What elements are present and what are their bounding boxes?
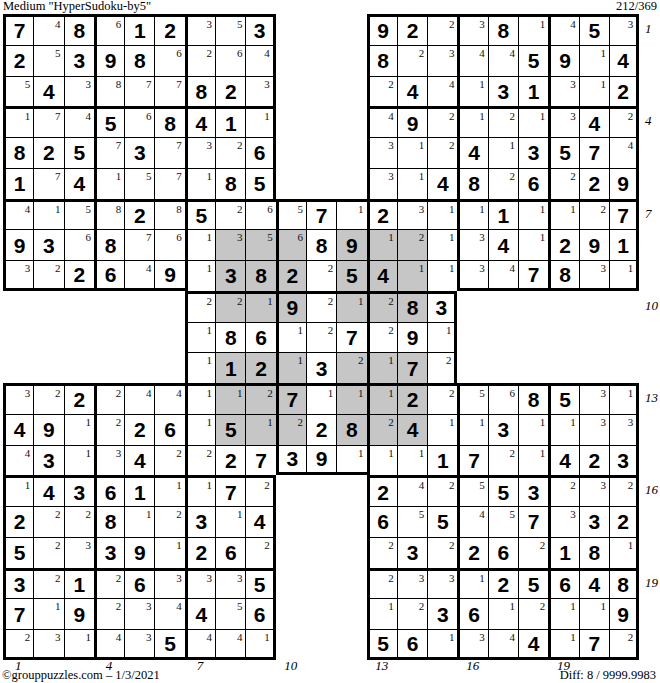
pencil-digit: 2 <box>55 539 61 551</box>
pencil-digit: 2 <box>449 110 455 122</box>
cell-r7c20: 2 <box>579 199 609 230</box>
cell-r9c5: 4 <box>124 260 154 291</box>
pencil-digit: 1 <box>237 387 243 399</box>
cell-r2c8: 6 <box>215 45 245 76</box>
pencil-digit: 1 <box>600 78 606 90</box>
cell-r6c9: 5 <box>245 168 275 199</box>
cell-r3c17: 3 <box>488 76 518 107</box>
pencil-digit: 4 <box>146 387 152 399</box>
pencil-digit: 2 <box>570 479 576 491</box>
cell-r16c18: 3 <box>518 475 548 506</box>
pencil-digit: 1 <box>510 139 516 151</box>
pencil-digit: 1 <box>176 539 182 551</box>
cell-r4c18: 1 <box>518 106 548 137</box>
cell-r7c2: 1 <box>33 199 63 230</box>
cell-r7c21: 7 <box>609 199 639 230</box>
cell-r1c15: 2 <box>427 14 457 45</box>
pencil-digit: 2 <box>510 447 516 459</box>
pencil-digit: 4 <box>207 631 213 643</box>
cell-r10c19 <box>548 291 578 322</box>
given-digit: 8 <box>398 294 427 322</box>
given-digit: 8 <box>337 415 366 445</box>
pencil-digit: 4 <box>479 47 485 59</box>
cell-r10c15: 3 <box>427 291 457 322</box>
cell-r21c3: 1 <box>64 629 94 660</box>
cell-r7c15: 1 <box>427 199 457 230</box>
cell-r14c21: 3 <box>609 414 639 445</box>
cell-r2c17: 4 <box>488 45 518 76</box>
cell-r20c11 <box>306 598 336 629</box>
cell-r16c12 <box>336 475 366 506</box>
cell-r14c3: 1 <box>64 414 94 445</box>
given-digit: 9 <box>551 46 578 76</box>
cell-r2c9: 4 <box>245 45 275 76</box>
cell-r14c5: 2 <box>124 414 154 445</box>
pencil-digit: 1 <box>207 262 213 274</box>
cell-r6c2: 7 <box>33 168 63 199</box>
cell-r16c5: 1 <box>124 475 154 506</box>
cell-r12c3 <box>64 352 94 383</box>
given-digit: 3 <box>125 138 154 168</box>
cell-r7c18: 1 <box>518 199 548 230</box>
cell-r19c12 <box>336 568 366 599</box>
cell-r9c7: 1 <box>185 260 215 291</box>
cell-r20c8: 5 <box>215 598 245 629</box>
cell-r21c6: 5 <box>154 629 184 660</box>
given-digit: 3 <box>279 446 306 473</box>
pencil-digit: 3 <box>419 203 425 215</box>
pencil-digit: 3 <box>264 78 270 90</box>
cell-r11c3 <box>64 322 94 353</box>
pencil-digit: 1 <box>207 170 213 182</box>
pencil-digit: 2 <box>237 139 243 151</box>
pencil-digit: 1 <box>600 600 606 612</box>
cell-r17c14: 5 <box>397 506 427 537</box>
cell-r11c19 <box>548 322 578 353</box>
given-digit: 3 <box>216 261 245 291</box>
cell-r6c21: 9 <box>609 168 639 199</box>
given-digit: 2 <box>125 202 154 230</box>
cell-r4c10 <box>276 106 306 137</box>
cell-r10c16 <box>457 291 487 322</box>
pencil-digit: 1 <box>146 508 152 520</box>
given-digit: 2 <box>580 446 609 476</box>
pencil-digit: 1 <box>264 110 270 122</box>
cell-r10c10: 9 <box>276 291 306 322</box>
cell-r17c8: 1 <box>215 506 245 537</box>
cell-r6c14: 1 <box>397 168 427 199</box>
pencil-digit: 4 <box>628 139 634 151</box>
pencil-digit: 2 <box>328 262 334 274</box>
cell-r20c17: 1 <box>488 598 518 629</box>
cell-r2c12 <box>336 45 366 76</box>
cell-r3c4: 8 <box>94 76 124 107</box>
cell-r1c5: 1 <box>124 14 154 45</box>
cell-r16c16: 5 <box>457 475 487 506</box>
given-digit: 3 <box>489 415 518 445</box>
cell-r21c4: 4 <box>94 629 124 660</box>
cell-r4c1: 1 <box>3 106 33 137</box>
pencil-digit: 1 <box>628 387 634 399</box>
given-digit: 6 <box>216 538 245 568</box>
cell-r18c14: 3 <box>397 537 427 568</box>
cell-r4c19: 3 <box>548 106 578 137</box>
given-digit: 4 <box>125 446 154 476</box>
pencil-digit: 1 <box>540 416 546 428</box>
pencil-digit: 1 <box>297 354 303 366</box>
cell-r6c17: 2 <box>488 168 518 199</box>
cell-r7c1: 4 <box>3 199 33 230</box>
cell-r9c14: 1 <box>397 260 427 291</box>
pencil-digit: 3 <box>449 572 455 584</box>
cell-r7c19: 1 <box>548 199 578 230</box>
cell-r9c13: 4 <box>367 260 397 291</box>
pencil-digit: 5 <box>25 78 31 90</box>
given-digit: 8 <box>155 109 184 137</box>
cell-r20c4: 2 <box>94 598 124 629</box>
given-digit: 8 <box>580 538 609 568</box>
given-digit: 8 <box>519 386 548 414</box>
pencil-digit: 1 <box>388 231 394 243</box>
given-digit: 8 <box>65 17 94 45</box>
cell-r9c15: 1 <box>427 260 457 291</box>
cell-r15c9: 7 <box>245 445 275 476</box>
cell-r15c10: 3 <box>276 445 306 476</box>
pencil-digit: 1 <box>540 203 546 215</box>
pencil-digit: 4 <box>510 631 516 643</box>
cell-r11c16 <box>457 322 487 353</box>
given-digit: 4 <box>188 109 215 137</box>
pencil-digit: 3 <box>85 539 91 551</box>
pencil-digit: 4 <box>25 447 31 459</box>
pencil-digit: 5 <box>479 387 485 399</box>
cell-r17c21: 2 <box>609 506 639 537</box>
pencil-digit: 4 <box>479 508 485 520</box>
cell-r15c6: 2 <box>154 445 184 476</box>
given-digit: 2 <box>610 77 636 107</box>
pencil-digit: 5 <box>510 508 516 520</box>
cell-r15c3: 1 <box>64 445 94 476</box>
given-digit: 3 <box>610 446 636 476</box>
cell-r13c20: 3 <box>579 383 609 414</box>
given-digit: 8 <box>216 169 245 199</box>
cell-r17c4: 8 <box>94 506 124 537</box>
given-digit: 5 <box>519 46 548 76</box>
cell-r17c2: 2 <box>33 506 63 537</box>
cell-r21c19: 1 <box>548 629 578 660</box>
pencil-digit: 1 <box>55 203 61 215</box>
cell-r9c4: 6 <box>94 260 124 291</box>
given-digit: 7 <box>519 507 548 537</box>
cell-r3c3: 3 <box>64 76 94 107</box>
given-digit: 4 <box>610 46 636 76</box>
given-digit: 9 <box>337 230 366 260</box>
cell-r20c5: 3 <box>124 598 154 629</box>
cell-r3c9: 3 <box>245 76 275 107</box>
pencil-digit: 2 <box>207 295 213 307</box>
given-digit: 5 <box>551 138 578 168</box>
pencil-digit: 1 <box>358 387 364 399</box>
pencil-digit: 1 <box>176 479 182 491</box>
cell-r5c10 <box>276 137 306 168</box>
given-digit: 2 <box>34 138 63 168</box>
given-digit: 8 <box>370 46 397 76</box>
given-digit: 1 <box>216 353 245 383</box>
cell-r6c4: 1 <box>94 168 124 199</box>
cell-r4c15: 2 <box>427 106 457 137</box>
cell-r10c7: 2 <box>185 291 215 322</box>
cell-r15c20: 2 <box>579 445 609 476</box>
cell-r19c3: 1 <box>64 568 94 599</box>
cell-r8c19: 2 <box>548 229 578 260</box>
cell-r19c11 <box>306 568 336 599</box>
pencil-digit: 1 <box>628 262 634 274</box>
given-digit: 3 <box>428 599 457 629</box>
cell-r17c10 <box>276 506 306 537</box>
cell-r13c4: 2 <box>94 383 124 414</box>
given-digit: 5 <box>519 571 548 599</box>
cell-r4c20: 4 <box>579 106 609 137</box>
pencil-digit: 3 <box>388 139 394 151</box>
cell-r20c3: 9 <box>64 598 94 629</box>
cell-r5c9: 6 <box>245 137 275 168</box>
pencil-digit: 2 <box>419 47 425 59</box>
pencil-digit: 4 <box>419 479 425 491</box>
pencil-digit: 1 <box>479 416 485 428</box>
given-digit: 9 <box>580 230 609 260</box>
cell-r15c7: 2 <box>185 445 215 476</box>
cell-r11c21 <box>609 322 639 353</box>
pencil-digit: 2 <box>419 231 425 243</box>
pencil-digit: 1 <box>85 447 91 459</box>
cell-r5c6: 7 <box>154 137 184 168</box>
given-digit: 7 <box>337 323 366 353</box>
cell-r3c14: 4 <box>397 76 427 107</box>
cell-r2c16: 4 <box>457 45 487 76</box>
given-digit: 9 <box>155 261 184 288</box>
pencil-digit: 1 <box>388 387 394 399</box>
pencil-digit: 2 <box>449 18 455 30</box>
pencil-digit: 1 <box>479 572 485 584</box>
cell-r17c6: 2 <box>154 506 184 537</box>
given-digit: 6 <box>519 169 548 199</box>
given-digit: 4 <box>34 478 63 506</box>
pencil-digit: 7 <box>55 110 61 122</box>
cell-r8c13: 1 <box>367 229 397 260</box>
pencil-digit: 7 <box>146 78 152 90</box>
cell-r18c1: 5 <box>3 537 33 568</box>
cell-r11c9: 6 <box>245 322 275 353</box>
cell-r18c20: 8 <box>579 537 609 568</box>
given-digit: 4 <box>580 109 609 137</box>
pencil-digit: 5 <box>297 203 303 215</box>
cell-r2c15: 3 <box>427 45 457 76</box>
cell-r16c14: 4 <box>397 475 427 506</box>
cell-r9c1: 3 <box>3 260 33 291</box>
cell-r19c5: 6 <box>124 568 154 599</box>
cell-r5c11 <box>306 137 336 168</box>
pencil-digit: 2 <box>116 387 122 399</box>
pencil-digit: 3 <box>570 110 576 122</box>
pencil-digit: 2 <box>449 479 455 491</box>
pencil-digit: 2 <box>85 508 91 520</box>
cell-r21c9: 1 <box>245 629 275 660</box>
pencil-digit: 1 <box>449 416 455 428</box>
pencil-digit: 1 <box>207 324 213 336</box>
cell-r20c7: 4 <box>185 598 215 629</box>
pencil-digit: 2 <box>116 572 122 584</box>
cell-r8c17: 4 <box>488 229 518 260</box>
cell-r19c6: 3 <box>154 568 184 599</box>
given-digit: 9 <box>6 230 33 260</box>
pencil-digit: 1 <box>419 262 425 274</box>
pencil-digit: 1 <box>570 600 576 612</box>
cell-r16c20: 3 <box>579 475 609 506</box>
cell-r21c15: 1 <box>427 629 457 660</box>
cell-r16c19: 2 <box>548 475 578 506</box>
cell-r10c12: 1 <box>336 291 366 322</box>
pencil-digit: 7 <box>176 170 182 182</box>
pencil-digit: 3 <box>85 78 91 90</box>
cell-r12c14: 7 <box>397 352 427 383</box>
cell-r8c9: 5 <box>245 229 275 260</box>
pencil-digit: 3 <box>479 231 485 243</box>
cell-r20c2: 1 <box>33 598 63 629</box>
cell-r17c5: 1 <box>124 506 154 537</box>
cell-r15c12: 1 <box>336 445 366 476</box>
cell-r10c11: 2 <box>306 291 336 322</box>
cell-r4c21: 2 <box>609 106 639 137</box>
given-digit: 8 <box>307 230 336 260</box>
given-digit: 4 <box>65 169 94 199</box>
pencil-digit: 5 <box>237 600 243 612</box>
cell-r19c17: 2 <box>488 568 518 599</box>
cell-r10c5 <box>124 291 154 322</box>
pencil-digit: 3 <box>419 572 425 584</box>
cell-r17c9: 4 <box>245 506 275 537</box>
pencil-digit: 4 <box>510 262 516 274</box>
cell-r11c11: 2 <box>306 322 336 353</box>
pencil-digit: 2 <box>419 600 425 612</box>
pencil-digit: 1 <box>358 447 364 459</box>
cell-r6c7: 1 <box>185 168 215 199</box>
cell-r12c11: 3 <box>306 352 336 383</box>
cell-r18c10 <box>276 537 306 568</box>
cell-r19c19: 6 <box>548 568 578 599</box>
pencil-digit: 1 <box>388 354 394 366</box>
cell-r15c17: 2 <box>488 445 518 476</box>
cell-r1c1: 7 <box>3 14 33 45</box>
cell-r18c16: 2 <box>457 537 487 568</box>
given-digit: 2 <box>6 46 33 76</box>
cell-r17c11 <box>306 506 336 537</box>
cell-r21c13: 5 <box>367 629 397 660</box>
cell-r16c11 <box>306 475 336 506</box>
cell-r1c7: 3 <box>185 14 215 45</box>
cell-r5c16: 4 <box>457 137 487 168</box>
pencil-digit: 3 <box>176 572 182 584</box>
cell-r9c6: 9 <box>154 260 184 291</box>
given-digit: 2 <box>188 538 215 568</box>
cell-r13c1: 3 <box>3 383 33 414</box>
given-digit: 1 <box>610 230 636 260</box>
cell-r8c5: 7 <box>124 229 154 260</box>
given-digit: 6 <box>398 630 427 657</box>
given-digit: 6 <box>125 571 154 599</box>
cell-r3c8: 2 <box>215 76 245 107</box>
given-digit: 4 <box>398 77 427 107</box>
pencil-digit: 3 <box>388 170 394 182</box>
pencil-digit: 2 <box>540 600 546 612</box>
given-digit: 7 <box>6 17 33 45</box>
cell-r7c4: 8 <box>94 199 124 230</box>
cell-r12c20 <box>579 352 609 383</box>
cell-r12c5 <box>124 352 154 383</box>
cell-r10c13: 2 <box>367 291 397 322</box>
given-digit: 2 <box>398 386 427 414</box>
given-digit: 7 <box>580 138 609 168</box>
cell-r8c6: 6 <box>154 229 184 260</box>
pencil-digit: 2 <box>628 631 634 643</box>
cell-r13c6: 4 <box>154 383 184 414</box>
cell-r5c18: 3 <box>518 137 548 168</box>
pencil-digit: 3 <box>25 387 31 399</box>
cell-r19c15: 3 <box>427 568 457 599</box>
cell-r4c2: 7 <box>33 106 63 137</box>
cell-r7c17: 1 <box>488 199 518 230</box>
given-digit: 3 <box>34 230 63 260</box>
cell-r18c13: 2 <box>367 537 397 568</box>
cell-r8c7: 1 <box>185 229 215 260</box>
pencil-digit: 1 <box>85 416 91 428</box>
cell-r11c18 <box>518 322 548 353</box>
cell-r18c7: 2 <box>185 537 215 568</box>
cell-r3c21: 2 <box>609 76 639 107</box>
cell-r14c10: 2 <box>276 414 306 445</box>
pencil-digit: 2 <box>237 295 243 307</box>
cell-r3c16: 1 <box>457 76 487 107</box>
pencil-digit: 4 <box>176 600 182 612</box>
cell-r8c15: 1 <box>427 229 457 260</box>
cell-r2c1: 2 <box>3 45 33 76</box>
cell-r7c3: 5 <box>64 199 94 230</box>
given-digit: 9 <box>610 169 636 199</box>
cell-r14c12: 8 <box>336 414 366 445</box>
cell-r7c8: 2 <box>215 199 245 230</box>
cell-r10c6 <box>154 291 184 322</box>
given-digit: 2 <box>125 415 154 445</box>
cell-r14c4: 2 <box>94 414 124 445</box>
given-digit: 3 <box>34 446 63 476</box>
pencil-digit: 6 <box>510 387 516 399</box>
cell-r12c12: 2 <box>336 352 366 383</box>
cell-r4c14: 9 <box>397 106 427 137</box>
cell-r1c4: 6 <box>94 14 124 45</box>
cell-r20c15: 3 <box>427 598 457 629</box>
cell-r9c18: 7 <box>518 260 548 291</box>
cell-r20c13: 1 <box>367 598 397 629</box>
given-digit: 9 <box>398 109 427 137</box>
cell-r8c18: 1 <box>518 229 548 260</box>
given-digit: 6 <box>246 323 275 353</box>
pencil-digit: 8 <box>176 203 182 215</box>
given-digit: 7 <box>216 478 245 506</box>
pencil-digit: 4 <box>25 203 31 215</box>
cell-r9c17: 4 <box>488 260 518 291</box>
pencil-digit: 3 <box>207 18 213 30</box>
pencil-digit: 4 <box>264 47 270 59</box>
cell-r3c18: 1 <box>518 76 548 107</box>
